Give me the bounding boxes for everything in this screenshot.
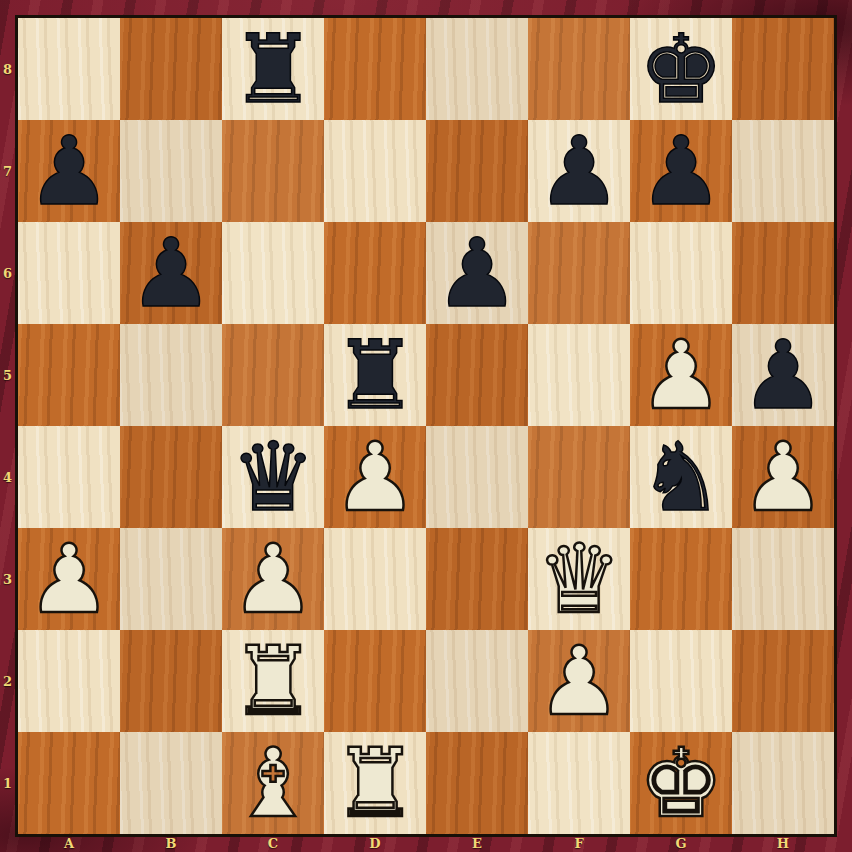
- piece-black-king[interactable]: ♚: [630, 18, 732, 120]
- file-label-d: D: [324, 836, 426, 852]
- piece-white-rook[interactable]: ♜: [222, 630, 324, 732]
- square-b4[interactable]: [120, 426, 222, 528]
- square-h1[interactable]: [732, 732, 834, 834]
- square-b6[interactable]: ♟: [120, 222, 222, 324]
- square-d3[interactable]: [324, 528, 426, 630]
- square-b7[interactable]: [120, 120, 222, 222]
- square-g2[interactable]: [630, 630, 732, 732]
- piece-black-rook[interactable]: ♜: [222, 18, 324, 120]
- piece-black-pawn[interactable]: ♟: [426, 222, 528, 324]
- square-e3[interactable]: [426, 528, 528, 630]
- piece-white-pawn[interactable]: ♟: [324, 426, 426, 528]
- piece-black-pawn[interactable]: ♟: [120, 222, 222, 324]
- square-c5[interactable]: [222, 324, 324, 426]
- square-g6[interactable]: [630, 222, 732, 324]
- piece-black-rook[interactable]: ♜: [324, 324, 426, 426]
- square-c8[interactable]: ♜: [222, 18, 324, 120]
- square-d1[interactable]: ♜: [324, 732, 426, 834]
- rank-labels: 87654321: [0, 18, 15, 834]
- square-f1[interactable]: [528, 732, 630, 834]
- piece-black-queen[interactable]: ♛: [222, 426, 324, 528]
- square-e7[interactable]: [426, 120, 528, 222]
- file-label-g: G: [630, 836, 732, 852]
- square-b8[interactable]: [120, 18, 222, 120]
- piece-white-rook[interactable]: ♜: [324, 732, 426, 834]
- square-e6[interactable]: ♟: [426, 222, 528, 324]
- piece-white-pawn[interactable]: ♟: [18, 528, 120, 630]
- square-f7[interactable]: ♟: [528, 120, 630, 222]
- piece-black-knight[interactable]: ♞: [630, 426, 732, 528]
- square-f3[interactable]: ♛: [528, 528, 630, 630]
- square-a7[interactable]: ♟: [18, 120, 120, 222]
- square-c4[interactable]: ♛: [222, 426, 324, 528]
- square-b3[interactable]: [120, 528, 222, 630]
- chess-board-frame: 87654321 ABCDEFGH ♜♚♟♟♟♟♟♜♟♟♛♟♞♟♟♟♛♜♟♝♜♚: [0, 0, 852, 852]
- square-h5[interactable]: ♟: [732, 324, 834, 426]
- piece-white-king[interactable]: ♚: [630, 732, 732, 834]
- file-label-b: B: [120, 836, 222, 852]
- square-e2[interactable]: [426, 630, 528, 732]
- board: ♜♚♟♟♟♟♟♜♟♟♛♟♞♟♟♟♛♜♟♝♜♚: [18, 18, 834, 834]
- square-h3[interactable]: [732, 528, 834, 630]
- square-c1[interactable]: ♝: [222, 732, 324, 834]
- square-f8[interactable]: [528, 18, 630, 120]
- piece-black-pawn[interactable]: ♟: [732, 324, 834, 426]
- rank-label-6: 6: [0, 222, 15, 324]
- piece-white-pawn[interactable]: ♟: [630, 324, 732, 426]
- square-g5[interactable]: ♟: [630, 324, 732, 426]
- square-a3[interactable]: ♟: [18, 528, 120, 630]
- piece-black-pawn[interactable]: ♟: [528, 120, 630, 222]
- rank-label-7: 7: [0, 120, 15, 222]
- square-g3[interactable]: [630, 528, 732, 630]
- square-a1[interactable]: [18, 732, 120, 834]
- square-a4[interactable]: [18, 426, 120, 528]
- piece-white-bishop[interactable]: ♝: [222, 732, 324, 834]
- board-inner-frame: ♜♚♟♟♟♟♟♜♟♟♛♟♞♟♟♟♛♜♟♝♜♚: [15, 15, 837, 837]
- square-c2[interactable]: ♜: [222, 630, 324, 732]
- file-label-a: A: [18, 836, 120, 852]
- file-label-f: F: [528, 836, 630, 852]
- piece-white-pawn[interactable]: ♟: [528, 630, 630, 732]
- square-g1[interactable]: ♚: [630, 732, 732, 834]
- square-c6[interactable]: [222, 222, 324, 324]
- square-h2[interactable]: [732, 630, 834, 732]
- square-a6[interactable]: [18, 222, 120, 324]
- square-b5[interactable]: [120, 324, 222, 426]
- rank-label-4: 4: [0, 426, 15, 528]
- square-g8[interactable]: ♚: [630, 18, 732, 120]
- square-g4[interactable]: ♞: [630, 426, 732, 528]
- square-g7[interactable]: ♟: [630, 120, 732, 222]
- square-c3[interactable]: ♟: [222, 528, 324, 630]
- square-d4[interactable]: ♟: [324, 426, 426, 528]
- square-e5[interactable]: [426, 324, 528, 426]
- square-a5[interactable]: [18, 324, 120, 426]
- square-e4[interactable]: [426, 426, 528, 528]
- square-d8[interactable]: [324, 18, 426, 120]
- piece-black-pawn[interactable]: ♟: [630, 120, 732, 222]
- rank-label-3: 3: [0, 528, 15, 630]
- file-labels: ABCDEFGH: [18, 836, 834, 852]
- rank-label-8: 8: [0, 18, 15, 120]
- square-a2[interactable]: [18, 630, 120, 732]
- rank-label-5: 5: [0, 324, 15, 426]
- square-d6[interactable]: [324, 222, 426, 324]
- square-b1[interactable]: [120, 732, 222, 834]
- square-h7[interactable]: [732, 120, 834, 222]
- square-d7[interactable]: [324, 120, 426, 222]
- square-h6[interactable]: [732, 222, 834, 324]
- square-h4[interactable]: ♟: [732, 426, 834, 528]
- file-label-e: E: [426, 836, 528, 852]
- square-h8[interactable]: [732, 18, 834, 120]
- square-d5[interactable]: ♜: [324, 324, 426, 426]
- piece-white-pawn[interactable]: ♟: [222, 528, 324, 630]
- square-e8[interactable]: [426, 18, 528, 120]
- piece-black-pawn[interactable]: ♟: [18, 120, 120, 222]
- square-e1[interactable]: [426, 732, 528, 834]
- square-d2[interactable]: [324, 630, 426, 732]
- square-b2[interactable]: [120, 630, 222, 732]
- piece-white-pawn[interactable]: ♟: [732, 426, 834, 528]
- square-f2[interactable]: ♟: [528, 630, 630, 732]
- square-f6[interactable]: [528, 222, 630, 324]
- square-f4[interactable]: [528, 426, 630, 528]
- rank-label-1: 1: [0, 732, 15, 834]
- file-label-h: H: [732, 836, 834, 852]
- square-c7[interactable]: [222, 120, 324, 222]
- rank-label-2: 2: [0, 630, 15, 732]
- piece-white-queen[interactable]: ♛: [528, 528, 630, 630]
- square-f5[interactable]: [528, 324, 630, 426]
- square-a8[interactable]: [18, 18, 120, 120]
- file-label-c: C: [222, 836, 324, 852]
